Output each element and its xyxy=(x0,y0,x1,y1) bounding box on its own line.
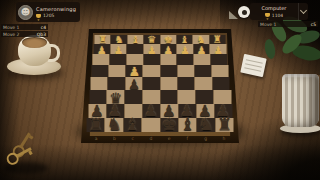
square-a1[interactable]: ♜ xyxy=(87,118,105,132)
square-g7[interactable]: ♟ xyxy=(193,44,210,54)
move-notation: c4 xyxy=(41,25,46,30)
square-a4[interactable] xyxy=(91,77,108,90)
square-b6[interactable] xyxy=(109,54,126,65)
square-d5[interactable] xyxy=(143,65,160,77)
square-c1[interactable]: ♝ xyxy=(123,118,141,132)
piece-white-knight[interactable]: ♞ xyxy=(198,116,213,133)
rank-5: ♟ xyxy=(92,65,229,77)
square-e6[interactable] xyxy=(160,54,177,65)
square-c8[interactable]: ♝ xyxy=(127,35,143,44)
piece-white-bishop[interactable]: ♝ xyxy=(125,116,140,133)
coffee-cup xyxy=(6,32,66,82)
chess-board: ♜♞♝♛♚♝♞♜♟♟♟♟♟♟♟♟♟♛♟♟♟♟♟♟♟♜♞♝♚♝♞♜ abcdefg… xyxy=(81,29,239,143)
board-ranks: ♜♞♝♛♚♝♞♜♟♟♟♟♟♟♟♟♟♛♟♟♟♟♟♟♟♜♞♝♚♝♞♜ xyxy=(87,35,234,132)
move-notation: c5 xyxy=(311,22,316,27)
local-player-panel[interactable]: ☻ Cameronwingg 1205 xyxy=(16,2,80,22)
computer-rating: 1104 xyxy=(272,13,283,18)
square-a6[interactable] xyxy=(93,54,110,65)
file-label: a xyxy=(87,136,105,141)
cup-interior xyxy=(22,37,47,48)
piece-white-king[interactable]: ♚ xyxy=(162,116,177,133)
move-number-label: Move 1 xyxy=(260,22,276,27)
square-d2[interactable]: ♟ xyxy=(142,104,160,118)
square-g4[interactable] xyxy=(195,77,212,90)
file-label: g xyxy=(197,136,215,141)
square-e7[interactable]: ♟ xyxy=(160,44,177,54)
square-h4[interactable] xyxy=(212,77,229,90)
computer-move-list: Move 1 c5 xyxy=(258,21,318,28)
move-notation: Qb3 xyxy=(37,32,46,37)
square-d1[interactable] xyxy=(142,118,160,132)
square-c3[interactable] xyxy=(125,90,143,104)
file-label: e xyxy=(160,136,178,141)
square-a5[interactable] xyxy=(92,65,109,77)
square-h5[interactable] xyxy=(211,65,228,77)
rank-6 xyxy=(93,54,228,65)
square-b1[interactable]: ♞ xyxy=(105,118,123,132)
square-e1[interactable]: ♚ xyxy=(160,118,178,132)
square-c4[interactable]: ♟ xyxy=(125,77,142,90)
square-f1[interactable]: ♝ xyxy=(178,118,196,132)
move-row: Move 1 c4 xyxy=(1,24,48,30)
piece-white-bishop[interactable]: ♝ xyxy=(180,116,195,133)
square-h1[interactable]: ♜ xyxy=(215,118,233,132)
file-label: f xyxy=(178,136,196,141)
square-b4[interactable] xyxy=(108,77,125,90)
square-a7[interactable]: ♟ xyxy=(94,44,111,54)
old-keys xyxy=(2,144,52,178)
square-e5[interactable] xyxy=(160,65,177,77)
square-f5[interactable] xyxy=(177,65,194,77)
square-d7[interactable]: ♟ xyxy=(143,44,160,54)
piece-white-rook[interactable]: ♜ xyxy=(217,116,232,133)
rank-1: ♜♞♝♚♝♞♜ xyxy=(87,118,234,132)
square-b5[interactable] xyxy=(109,65,126,77)
square-f4[interactable] xyxy=(177,77,194,90)
square-g6[interactable] xyxy=(194,54,211,65)
square-h6[interactable] xyxy=(211,54,228,65)
plant-pot xyxy=(282,74,319,127)
player-avatar: ☻ xyxy=(18,5,33,20)
computer-name: Computer xyxy=(262,5,287,11)
piece-white-pawn[interactable]: ♟ xyxy=(144,104,158,120)
piece-white-knight[interactable]: ♞ xyxy=(106,116,121,133)
file-coordinates: abcdefgh xyxy=(87,136,233,141)
plant-leaf xyxy=(263,38,276,59)
move-number-label: Move 1 xyxy=(3,25,19,30)
square-e4[interactable] xyxy=(160,77,177,90)
piece-white-pawn[interactable]: ♟ xyxy=(128,78,140,92)
move-row: Move 1 c5 xyxy=(258,21,318,27)
rank-4: ♟ xyxy=(91,77,230,90)
chevron-down-icon xyxy=(300,7,307,14)
square-g5[interactable] xyxy=(194,65,211,77)
move-row: Move 2 Qb3 xyxy=(1,31,48,37)
move-number-label: Move 2 xyxy=(3,32,19,37)
speaker-wedge-icon xyxy=(229,11,238,19)
file-label: h xyxy=(215,136,233,141)
computer-player-panel[interactable]: Computer 1104 xyxy=(250,3,308,20)
expand-panel-button[interactable] xyxy=(298,3,308,20)
trophy-icon xyxy=(36,14,41,18)
square-h7[interactable]: ♟ xyxy=(210,44,227,54)
file-label: c xyxy=(124,136,142,141)
square-b7[interactable]: ♟ xyxy=(110,44,127,54)
player-rating: 1205 xyxy=(43,13,54,18)
local-move-list: Move 1 c4 Move 2 Qb3 xyxy=(1,24,48,38)
square-f6[interactable] xyxy=(177,54,194,65)
file-label: b xyxy=(105,136,123,141)
computer-avatar xyxy=(238,6,250,18)
square-d6[interactable] xyxy=(143,54,160,65)
trophy-icon xyxy=(265,13,270,17)
square-c7[interactable] xyxy=(127,44,144,54)
square-f7[interactable]: ♟ xyxy=(177,44,194,54)
player-name: Cameronwingg xyxy=(36,6,76,12)
square-g1[interactable]: ♞ xyxy=(197,118,215,132)
file-label: d xyxy=(142,136,160,141)
rank-7: ♟♟♟♟♟♟♟ xyxy=(94,44,227,54)
piece-white-rook[interactable]: ♜ xyxy=(88,116,103,133)
square-d4[interactable] xyxy=(143,77,160,90)
